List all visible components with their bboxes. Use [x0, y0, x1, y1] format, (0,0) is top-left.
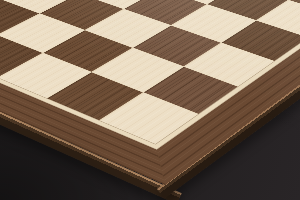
perspective-scene: [0, 0, 300, 200]
chessboard-photo: [0, 0, 300, 200]
chess-board: [0, 0, 300, 185]
